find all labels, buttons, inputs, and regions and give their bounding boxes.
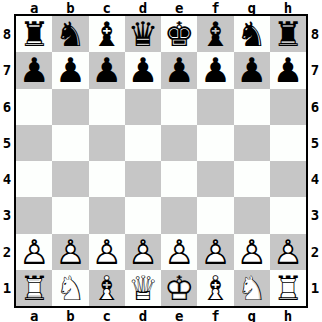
square-b4[interactable]: [52, 161, 88, 197]
file-label-c: c: [89, 308, 125, 322]
square-a2[interactable]: ♟♙: [16, 234, 52, 270]
black-knight-piece: ♞: [55, 16, 85, 52]
square-d4[interactable]: [125, 161, 161, 197]
square-e7[interactable]: ♟: [161, 52, 197, 88]
black-pawn-piece: ♟: [164, 52, 194, 88]
rank-label-5: 5: [308, 125, 322, 161]
black-queen-piece: ♛: [128, 16, 158, 52]
piece-outline-layer: ♕: [128, 270, 158, 306]
rank-label-8: 8: [308, 16, 322, 52]
square-h2[interactable]: ♟♙: [270, 234, 306, 270]
piece-glyph: ♟: [164, 52, 194, 88]
rank-label-1: 1: [308, 270, 322, 306]
rank-label-8: 8: [0, 16, 14, 52]
square-a4[interactable]: [16, 161, 52, 197]
piece-outline-layer: ♘: [55, 270, 85, 306]
rank-label-6: 6: [0, 89, 14, 125]
black-pawn-piece: ♟: [236, 52, 266, 88]
rank-label-5: 5: [0, 125, 14, 161]
square-h7[interactable]: ♟: [270, 52, 306, 88]
white-knight-piece: ♞♘: [236, 270, 266, 306]
square-f5[interactable]: [197, 125, 233, 161]
square-d8[interactable]: ♛: [125, 16, 161, 52]
square-a1[interactable]: ♜♖: [16, 270, 52, 306]
square-e8[interactable]: ♚: [161, 16, 197, 52]
piece-glyph: ♜: [19, 16, 49, 52]
piece-glyph: ♝: [200, 16, 230, 52]
rank-label-4: 4: [308, 161, 322, 197]
square-g1[interactable]: ♞♘: [234, 270, 270, 306]
rank-label-6: 6: [308, 89, 322, 125]
chess-board: ♜♞♝♛♚♝♞♜♟♟♟♟♟♟♟♟♟♙♟♙♟♙♟♙♟♙♟♙♟♙♟♙♜♖♞♘♝♗♛♕…: [14, 14, 308, 308]
white-rook-piece: ♜♖: [19, 270, 49, 306]
file-label-a: a: [16, 308, 52, 322]
piece-outline-layer: ♖: [273, 270, 303, 306]
rank-labels-right: 87654321: [308, 16, 322, 306]
square-f8[interactable]: ♝: [197, 16, 233, 52]
piece-glyph: ♟: [200, 52, 230, 88]
square-c4[interactable]: [89, 161, 125, 197]
file-label-b: b: [52, 308, 88, 322]
rank-label-7: 7: [0, 52, 14, 88]
piece-glyph: ♟: [273, 52, 303, 88]
black-bishop-piece: ♝: [200, 16, 230, 52]
piece-outline-layer: ♙: [55, 234, 85, 270]
square-f4[interactable]: [197, 161, 233, 197]
black-pawn-piece: ♟: [273, 52, 303, 88]
square-e3[interactable]: [161, 197, 197, 233]
piece-glyph: ♟: [128, 52, 158, 88]
square-e6[interactable]: [161, 89, 197, 125]
rank-label-4: 4: [0, 161, 14, 197]
square-c5[interactable]: [89, 125, 125, 161]
piece-outline-layer: ♙: [273, 234, 303, 270]
white-pawn-piece: ♟♙: [164, 234, 194, 270]
square-c8[interactable]: ♝: [89, 16, 125, 52]
file-labels-bottom: abcdefgh: [16, 308, 306, 322]
square-g8[interactable]: ♞: [234, 16, 270, 52]
square-a7[interactable]: ♟: [16, 52, 52, 88]
square-d2[interactable]: ♟♙: [125, 234, 161, 270]
white-bishop-piece: ♝♗: [91, 270, 121, 306]
square-g2[interactable]: ♟♙: [234, 234, 270, 270]
black-pawn-piece: ♟: [91, 52, 121, 88]
piece-glyph: ♚: [164, 16, 194, 52]
square-c2[interactable]: ♟♙: [89, 234, 125, 270]
black-pawn-piece: ♟: [200, 52, 230, 88]
square-d3[interactable]: [125, 197, 161, 233]
piece-outline-layer: ♙: [128, 234, 158, 270]
square-g4[interactable]: [234, 161, 270, 197]
black-king-piece: ♚: [164, 16, 194, 52]
piece-outline-layer: ♙: [91, 234, 121, 270]
piece-outline-layer: ♗: [200, 270, 230, 306]
rank-label-3: 3: [308, 197, 322, 233]
square-g3[interactable]: [234, 197, 270, 233]
square-b2[interactable]: ♟♙: [52, 234, 88, 270]
square-e4[interactable]: [161, 161, 197, 197]
square-h4[interactable]: [270, 161, 306, 197]
piece-outline-layer: ♙: [19, 234, 49, 270]
square-g7[interactable]: ♟: [234, 52, 270, 88]
file-label-h: h: [270, 308, 306, 322]
piece-outline-layer: ♙: [164, 234, 194, 270]
square-h8[interactable]: ♜: [270, 16, 306, 52]
square-b5[interactable]: [52, 125, 88, 161]
file-label-f: f: [197, 308, 233, 322]
square-f1[interactable]: ♝♗: [197, 270, 233, 306]
piece-glyph: ♜: [273, 16, 303, 52]
piece-glyph: ♝: [91, 16, 121, 52]
white-rook-piece: ♜♖: [273, 270, 303, 306]
piece-glyph: ♞: [55, 16, 85, 52]
chess-diagram: abcdefgh 87654321 ♜♞♝♛♚♝♞♜♟♟♟♟♟♟♟♟♟♙♟♙♟♙…: [0, 0, 322, 322]
white-king-piece: ♚♔: [164, 270, 194, 306]
piece-outline-layer: ♙: [236, 234, 266, 270]
square-a5[interactable]: [16, 125, 52, 161]
square-d5[interactable]: [125, 125, 161, 161]
square-b8[interactable]: ♞: [52, 16, 88, 52]
square-b1[interactable]: ♞♘: [52, 270, 88, 306]
square-d6[interactable]: [125, 89, 161, 125]
piece-glyph: ♛: [128, 16, 158, 52]
white-bishop-piece: ♝♗: [200, 270, 230, 306]
white-pawn-piece: ♟♙: [200, 234, 230, 270]
white-pawn-piece: ♟♙: [236, 234, 266, 270]
square-e2[interactable]: ♟♙: [161, 234, 197, 270]
rank-label-2: 2: [0, 234, 14, 270]
square-d1[interactable]: ♛♕: [125, 270, 161, 306]
square-c7[interactable]: ♟: [89, 52, 125, 88]
piece-glyph: ♞: [236, 16, 266, 52]
square-b7[interactable]: ♟: [52, 52, 88, 88]
rank-label-7: 7: [308, 52, 322, 88]
rank-label-3: 3: [0, 197, 14, 233]
black-knight-piece: ♞: [236, 16, 266, 52]
piece-outline-layer: ♘: [236, 270, 266, 306]
square-h1[interactable]: ♜♖: [270, 270, 306, 306]
piece-glyph: ♟: [236, 52, 266, 88]
file-label-e: e: [161, 308, 197, 322]
white-pawn-piece: ♟♙: [128, 234, 158, 270]
piece-outline-layer: ♗: [91, 270, 121, 306]
black-bishop-piece: ♝: [91, 16, 121, 52]
square-e5[interactable]: [161, 125, 197, 161]
square-f2[interactable]: ♟♙: [197, 234, 233, 270]
file-label-g: g: [234, 308, 270, 322]
square-d7[interactable]: ♟: [125, 52, 161, 88]
black-rook-piece: ♜: [19, 16, 49, 52]
black-pawn-piece: ♟: [19, 52, 49, 88]
piece-glyph: ♟: [91, 52, 121, 88]
white-pawn-piece: ♟♙: [91, 234, 121, 270]
square-a3[interactable]: [16, 197, 52, 233]
piece-outline-layer: ♔: [164, 270, 194, 306]
square-b6[interactable]: [52, 89, 88, 125]
piece-glyph: ♟: [55, 52, 85, 88]
square-e1[interactable]: ♚♔: [161, 270, 197, 306]
piece-outline-layer: ♖: [19, 270, 49, 306]
square-g6[interactable]: [234, 89, 270, 125]
rank-label-2: 2: [308, 234, 322, 270]
white-pawn-piece: ♟♙: [273, 234, 303, 270]
file-label-d: d: [125, 308, 161, 322]
black-pawn-piece: ♟: [128, 52, 158, 88]
square-a6[interactable]: [16, 89, 52, 125]
white-queen-piece: ♛♕: [128, 270, 158, 306]
square-f7[interactable]: ♟: [197, 52, 233, 88]
rank-labels-left: 87654321: [0, 16, 14, 306]
square-h6[interactable]: [270, 89, 306, 125]
white-pawn-piece: ♟♙: [19, 234, 49, 270]
square-c1[interactable]: ♝♗: [89, 270, 125, 306]
rank-label-1: 1: [0, 270, 14, 306]
white-knight-piece: ♞♘: [55, 270, 85, 306]
square-g5[interactable]: [234, 125, 270, 161]
square-a8[interactable]: ♜: [16, 16, 52, 52]
square-h3[interactable]: [270, 197, 306, 233]
white-pawn-piece: ♟♙: [55, 234, 85, 270]
piece-outline-layer: ♙: [200, 234, 230, 270]
square-h5[interactable]: [270, 125, 306, 161]
square-c6[interactable]: [89, 89, 125, 125]
square-f3[interactable]: [197, 197, 233, 233]
black-pawn-piece: ♟: [55, 52, 85, 88]
square-b3[interactable]: [52, 197, 88, 233]
file-labels-top: abcdefgh: [16, 0, 306, 14]
square-c3[interactable]: [89, 197, 125, 233]
square-f6[interactable]: [197, 89, 233, 125]
black-rook-piece: ♜: [273, 16, 303, 52]
piece-glyph: ♟: [19, 52, 49, 88]
